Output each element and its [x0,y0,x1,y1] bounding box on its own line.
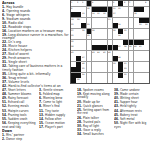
clue-number: 40. [114,96,120,99]
grid-cell[interactable] [134,67,139,72]
black-square [129,40,134,45]
clue-item: 51. Echoed call [2,100,37,103]
grid-cell[interactable]: 56 [76,78,81,83]
clue-number: 27. [2,53,8,56]
grid-cell[interactable]: 8 [144,1,149,6]
grid-cell[interactable]: 48 [118,56,123,61]
clue-number: 41. [114,100,120,103]
grid-cell[interactable] [139,73,144,78]
clue-number: 50. [114,121,120,124]
grid-cell[interactable] [134,73,139,78]
grid-cell[interactable]: 24 [118,23,123,28]
grid-cell[interactable]: 54 [81,73,86,78]
cell-number: 34 [118,34,121,36]
grid-cell[interactable]: 29 [92,29,97,34]
grid-cell[interactable] [108,29,113,34]
grid-cell[interactable] [108,1,113,6]
cell-number: 14 [92,12,95,14]
clue-item: 18. Spoken exams [77,88,112,91]
clue-number: 11. [39,109,45,112]
grid-cell[interactable] [139,67,144,72]
grid-cell[interactable] [97,78,102,83]
grid-cell[interactable] [113,73,118,78]
grid-cell[interactable] [129,29,134,34]
grid-cell[interactable] [81,51,86,56]
grid-cell[interactable]: 4 [92,1,97,6]
grid-cell[interactable]: 52 [81,67,86,72]
grid-cell[interactable] [139,62,144,67]
grid-cell[interactable] [108,34,113,39]
grid-cell[interactable] [81,34,86,39]
clue-item: 32. Taking care of business matters in a… [2,65,69,72]
cell-number: 3 [82,1,83,3]
grid-cell[interactable]: 17 [113,12,118,17]
grid-cell[interactable] [102,1,107,6]
clue-item: 54. Pruning tools [2,113,37,116]
grid-cell[interactable]: 43 [92,51,97,56]
clue-item: 11. Tiny taste [39,109,74,112]
grid-cell[interactable] [123,18,128,23]
grid-cell[interactable] [144,7,149,12]
grid-cell[interactable]: 15 [97,12,102,17]
grid-cell[interactable] [76,23,81,28]
grid-cell[interactable] [139,56,144,61]
black-square [139,7,144,12]
grid-cell[interactable] [129,67,134,72]
grid-cell[interactable] [97,40,102,45]
grid-cell[interactable] [97,56,102,61]
cell-number: 5 [113,1,114,3]
clue-item: 7. Come to light [39,100,74,103]
grid-cell[interactable] [129,7,134,12]
cell-number: 6 [124,1,125,3]
grid-cell[interactable]: 7 [129,1,134,6]
black-square [118,73,123,78]
grid-cell[interactable] [144,51,149,56]
grid-cell[interactable] [97,73,102,78]
grid-cell[interactable] [102,67,107,72]
grid-cell[interactable] [134,23,139,28]
grid-cell[interactable] [129,62,134,67]
cell-number: 9 [71,7,72,9]
grid-cell[interactable]: 10 [87,7,92,12]
grid-cell[interactable] [134,56,139,61]
grid-cell[interactable]: 34 [118,34,123,39]
clue-number: 9. [2,17,6,20]
grid-cell[interactable] [144,40,149,45]
cell-number: 31 [124,29,127,31]
grid-cell[interactable] [144,12,149,17]
grid-cell[interactable]: 32 [71,34,76,39]
clue-number: 6. [39,96,43,99]
cell-number: 49 [82,62,85,64]
grid-cell[interactable] [118,78,123,83]
grid-cell[interactable] [97,67,102,72]
clue-item: 1. Mrs.' partner [2,133,37,136]
grid-cell[interactable] [102,34,107,39]
cell-number: 37 [118,45,121,47]
grid-cell[interactable] [81,7,86,12]
clue-number: 24. [2,49,8,52]
grid-cell[interactable] [129,12,134,17]
grid-cell[interactable]: 22 [71,23,76,28]
grid-cell[interactable]: 12 [118,7,123,12]
grid-cell[interactable] [87,67,92,72]
cell-number: 29 [92,29,95,31]
grid-cell[interactable]: 40 [134,45,139,50]
grid-cell[interactable]: 27 [71,29,76,34]
grid-cell[interactable] [123,78,128,83]
grid-cell[interactable] [87,45,92,50]
grid-cell[interactable]: 13 [81,12,86,17]
clue-number: 54. [2,113,8,116]
grid-cell[interactable] [113,34,118,39]
grid-cell[interactable] [102,23,107,28]
grid-cell[interactable] [92,56,97,61]
black-square [92,45,97,50]
clue-item: 10. Radio dial [2,21,69,24]
grid-cell[interactable] [81,18,86,23]
grid-cell[interactable] [87,78,92,83]
grid-cell[interactable]: 11 [113,7,118,12]
grid-cell[interactable] [92,73,97,78]
grid-cell[interactable]: 39 [129,45,134,50]
black-square [108,12,113,17]
black-square [102,7,107,12]
clue-number: 20. [77,100,83,103]
black-square [144,18,149,23]
grid-cell[interactable] [87,51,92,56]
grid-cell[interactable] [134,18,139,23]
grid-cell[interactable] [144,67,149,72]
grid-cell[interactable]: 37 [118,45,123,50]
grid-cell[interactable] [113,40,118,45]
clue-item: 20. Made up for [77,100,112,103]
cell-number: 22 [71,23,74,25]
grid-cell[interactable] [92,18,97,23]
grid-cell[interactable] [129,23,134,28]
grid-cell[interactable]: 23 [87,23,92,28]
grid-cell[interactable] [123,23,128,28]
grid-cell[interactable]: 49 [81,62,86,67]
grid-cell[interactable] [123,51,128,56]
grid-cell[interactable] [144,56,149,61]
across-header: Across [2,1,69,5]
clue-item: 19. Kept moving along steadily [77,92,112,99]
clue-number: 47. [2,88,8,91]
grid-cell[interactable] [118,18,123,23]
grid-cell[interactable] [97,18,102,23]
clue-number: 31. [2,61,8,64]
grid-cell[interactable] [97,29,102,34]
down-header: Down [2,129,37,133]
grid-cell[interactable] [144,34,149,39]
grid-cell[interactable]: 55 [123,73,128,78]
grid-cell[interactable] [113,18,118,23]
clue-item: 5. Folded map [39,92,74,95]
clue-number: 34. [77,132,83,135]
cell-number: 15 [97,12,100,14]
clue-item: 31. Single sheet [2,61,69,64]
grid-cell[interactable] [97,62,102,67]
grid-cell[interactable] [139,12,144,17]
down-clue-list-3: 18. Spoken exams19. Kept moving along st… [77,88,112,136]
black-square [108,45,113,50]
cell-number: 18 [134,12,137,14]
clue-number: 48. [2,92,8,95]
grid-cell[interactable] [102,78,107,83]
grid-cell[interactable] [76,40,81,45]
grid-cell[interactable] [118,40,123,45]
grid-cell[interactable] [92,78,97,83]
grid-cell[interactable] [108,40,113,45]
grid-cell[interactable] [118,12,123,17]
clue-number: 29. [2,57,8,60]
clue-number: 10. [2,21,8,24]
cell-number: 40 [134,45,137,47]
cell-number: 16 [103,12,106,14]
grid-cell[interactable] [87,73,92,78]
clue-number: 5. [39,92,43,95]
cell-number: 54 [82,73,85,75]
grid-cell[interactable]: 5 [113,1,118,6]
grid-cell[interactable]: 44 [97,51,102,56]
black-square [113,45,118,50]
grid-cell[interactable]: 31 [123,29,128,34]
clue-number: 49. [2,96,8,99]
grid-cell[interactable]: 9 [71,7,76,12]
grid-cell[interactable] [102,40,107,45]
grid-cell[interactable] [92,67,97,72]
black-square [118,1,123,6]
grid-cell[interactable]: 33 [87,34,92,39]
grid-cell[interactable]: 18 [134,12,139,17]
across-clue-list-continued: 47. Short letters48. Summer blooms49. Ra… [2,88,37,128]
grid-cell[interactable] [129,56,134,61]
grid-cell[interactable] [108,73,113,78]
grid-cell[interactable] [129,18,134,23]
grid-cell[interactable]: 20 [76,18,81,23]
cell-number: 39 [129,45,132,47]
grid-cell[interactable] [102,73,107,78]
grid-cell[interactable] [144,29,149,34]
grid-cell[interactable] [76,45,81,50]
clue-number: 28. [77,120,83,123]
clue-number: 45. [114,113,120,116]
clue-item: 26. Plain talker [77,116,112,119]
grid-cell[interactable] [134,1,139,6]
cell-number: 46 [108,51,111,53]
grid-cell[interactable]: 41 [139,45,144,50]
clue-number: 13. [39,113,45,116]
grid-cell[interactable]: 42 [71,51,76,56]
grid-cell[interactable] [102,29,107,34]
grid-cell[interactable] [129,73,134,78]
clue-number: 44. [114,109,120,112]
cell-number: 50 [113,62,116,64]
grid-cell[interactable] [139,34,144,39]
grid-cell[interactable] [134,78,139,83]
clue-item: 41. Supper hour [114,100,149,103]
clue-number: 16. [2,29,8,32]
clue-column-1: 47. Short letters48. Summer blooms49. Ra… [2,88,37,149]
clue-number: 43. [114,105,120,108]
grid-cell[interactable] [76,29,81,34]
black-square [81,23,86,28]
grid-cell[interactable] [139,29,144,34]
grid-cell[interactable] [144,45,149,50]
grid-cell[interactable] [97,34,102,39]
grid-cell[interactable] [87,40,92,45]
clue-column-3: 18. Spoken exams19. Kept moving along st… [77,88,112,149]
black-square [76,62,81,67]
grid-cell[interactable]: 6 [123,1,128,6]
clue-number: 30. [77,124,83,127]
grid-cell[interactable] [123,7,128,12]
black-square [76,67,81,72]
grid-cell[interactable] [102,56,107,61]
grid-cell[interactable] [139,78,144,83]
cell-number: 30 [113,29,116,31]
cell-number: 38 [124,45,127,47]
cell-number: 2 [77,1,78,3]
grid-cell[interactable] [108,23,113,28]
clue-item: 53. Hairpin curves [2,109,37,112]
grid-cell[interactable] [76,34,81,39]
cell-number: 1 [71,1,72,3]
grid-cell[interactable]: 47 [81,56,86,61]
cell-number: 47 [82,56,85,58]
clue-item: 17. Player's part [39,125,74,128]
grid-cell[interactable]: 35 [71,40,76,45]
clue-number: 23. [2,45,8,48]
grid-cell[interactable] [71,62,76,67]
grid-cell[interactable]: 26 [144,23,149,28]
grid-cell[interactable] [81,40,86,45]
cell-number: 35 [71,40,74,42]
clue-item: 50. Night flier with big eyes [114,121,149,128]
grid-cell[interactable]: 30 [113,29,118,34]
grid-cell[interactable] [87,18,92,23]
grid-cell[interactable] [92,23,97,28]
grid-cell[interactable] [92,34,97,39]
grid-cell[interactable] [71,56,76,61]
grid-cell[interactable]: 21 [108,18,113,23]
black-square [118,62,123,67]
grid-cell[interactable] [92,40,97,45]
black-square [92,7,97,12]
grid-cell[interactable] [81,45,86,50]
grid-cell[interactable]: 46 [108,51,113,56]
grid-cell[interactable]: 14 [92,12,97,17]
clue-number: 25. [77,108,83,111]
clue-number: 55. [2,117,8,120]
grid-cell[interactable] [144,78,149,83]
grid-cell[interactable] [134,62,139,67]
cell-number: 41 [139,45,142,47]
clue-number: 53. [2,109,8,112]
grid-cell[interactable] [87,62,92,67]
grid-cell[interactable] [108,78,113,83]
grid-cell[interactable] [123,34,128,39]
clue-item: 36. Snug retreat [2,76,69,79]
clue-number: 1. [2,133,6,136]
grid-cell[interactable] [123,56,128,61]
grid-cell[interactable]: 51 [123,62,128,67]
grid-cell[interactable] [129,34,134,39]
grid-cell[interactable] [87,56,92,61]
cell-number: 27 [71,29,74,31]
grid-cell[interactable] [97,23,102,28]
black-square [71,12,76,17]
grid-cell[interactable]: 50 [113,62,118,67]
grid-cell[interactable]: 19 [71,18,76,23]
grid-cell[interactable] [123,12,128,17]
grid-cell[interactable] [134,34,139,39]
grid-cell[interactable]: 38 [123,45,128,50]
grid-cell[interactable] [108,62,113,67]
grid-cell[interactable]: 25 [139,23,144,28]
grid-cell[interactable] [87,12,92,17]
crossword-grid[interactable]: 1234567891011121314151617181920212223242… [70,0,150,84]
grid-cell[interactable] [139,51,144,56]
grid-cell[interactable] [129,51,134,56]
grid-cell[interactable] [134,51,139,56]
clue-item: 34. Small bunches [77,132,112,135]
cell-number: 51 [124,62,127,64]
grid-cell[interactable] [102,62,107,67]
grid-cell[interactable] [76,51,81,56]
grid-cell[interactable] [113,51,118,56]
grid-cell[interactable] [97,1,102,6]
cell-number: 28 [82,29,85,31]
grid-cell[interactable]: 36 [71,45,76,50]
clue-item: 37. Volume levels [2,80,69,83]
clue-item: 35. Liking quite a bit, informally [2,72,69,75]
clue-number: 39. [114,92,120,95]
grid-cell[interactable] [139,1,144,6]
grid-cell[interactable]: 3 [81,1,86,6]
clue-item: 27. Nod of assent [2,53,69,56]
grid-cell[interactable] [113,67,118,72]
grid-cell[interactable] [108,56,113,61]
grid-cell[interactable]: 53 [123,67,128,72]
black-square [87,1,92,6]
grid-cell[interactable] [113,78,118,83]
grid-cell[interactable]: 1 [71,1,76,6]
clue-number: 7. [39,100,43,103]
across-clue-list: 1. Hay bundle4. Opening rounds6. Stage w… [2,5,69,87]
grid-cell[interactable] [81,78,86,83]
grid-cell[interactable] [102,18,107,23]
grid-cell[interactable] [118,51,123,56]
clue-item: 38. Came undone [114,88,149,91]
grid-cell[interactable] [134,29,139,34]
grid-cell[interactable] [108,67,113,72]
grid-cell[interactable]: 45 [102,51,107,56]
clue-column-4: 38. Came undone39. Made certain40. Writi… [114,88,149,149]
clue-item: 3. Gentle stream [39,88,74,91]
grid-cell[interactable] [129,78,134,83]
grid-cell[interactable] [76,7,81,12]
grid-cell[interactable] [144,62,149,67]
grid-cell[interactable] [144,73,149,78]
clue-number: 21. [77,104,83,107]
grid-cell[interactable] [92,62,97,67]
grid-cell[interactable]: 16 [102,12,107,17]
grid-cell[interactable]: 28 [81,29,86,34]
grid-cell[interactable]: 2 [76,1,81,6]
